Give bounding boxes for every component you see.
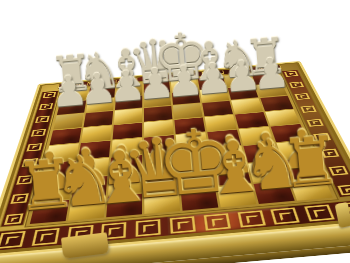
square-a5	[49, 128, 81, 145]
greek-key-motif	[31, 129, 46, 137]
greek-key-motif	[284, 71, 298, 77]
square-h2: ♟	[283, 158, 324, 179]
greek-key-motif	[216, 71, 224, 75]
greek-key-motif	[313, 133, 331, 141]
square-f5	[205, 115, 237, 132]
greek-key-motif	[321, 149, 340, 158]
greek-key-motif	[58, 84, 66, 88]
greek-key-motif	[0, 231, 26, 249]
square-h5	[265, 109, 300, 125]
greek-key-motif	[187, 73, 195, 77]
square-g7: ♟	[228, 86, 258, 100]
greek-key-motif	[237, 210, 265, 227]
square-d5	[144, 120, 174, 137]
square-a2: ♟	[35, 179, 72, 201]
greek-key-motif	[306, 119, 323, 127]
square-e2: ♟	[179, 167, 215, 189]
square-c1: ♝	[106, 193, 142, 217]
greek-key-motif	[43, 92, 56, 98]
square-f1: ♝	[217, 184, 256, 208]
photo-scene: ♜♞♝♛♚♝♞♜♟♟♟♟♟♟♟♟♟♟♟♟♟♟♟♟♜♞♝♛♚♝♞♜	[0, 0, 350, 263]
square-b6	[84, 111, 113, 127]
greek-key-motif	[230, 69, 238, 73]
square-h1: ♜	[290, 177, 333, 200]
greek-key-motif	[4, 213, 23, 224]
greek-key-motif	[329, 166, 349, 176]
square-h4	[271, 124, 307, 142]
greek-key-motif	[300, 105, 316, 112]
square-h3	[276, 140, 314, 159]
square-d1: ♛	[144, 190, 180, 214]
square-b1: ♞	[68, 196, 106, 220]
square-h6	[260, 96, 293, 111]
greek-key-motif	[72, 83, 80, 87]
greek-key-motif	[173, 74, 181, 78]
greek-key-motif	[136, 219, 161, 236]
square-c6	[114, 108, 142, 124]
square-c2: ♟	[108, 173, 142, 195]
square-b3	[75, 158, 109, 178]
greek-key-motif	[294, 93, 310, 100]
square-g2: ♟	[248, 161, 287, 182]
greek-key-motif	[244, 68, 253, 72]
greek-key-motif	[39, 103, 53, 110]
square-f6	[202, 101, 233, 116]
greek-key-motif	[32, 228, 60, 246]
greek-key-motif	[337, 184, 350, 195]
square-c5	[113, 123, 143, 140]
square-g6	[231, 98, 263, 113]
greek-key-motif	[201, 72, 209, 76]
square-e5	[174, 117, 205, 134]
square-f2: ♟	[214, 164, 251, 185]
square-e1: ♚	[181, 187, 219, 211]
square-e4	[176, 132, 208, 150]
greek-key-motif	[159, 76, 167, 80]
greek-key-motif	[170, 216, 196, 233]
greek-key-motif	[289, 82, 304, 88]
square-d4	[144, 135, 175, 153]
greek-key-motif	[26, 143, 42, 151]
square-c3	[110, 155, 142, 175]
greek-key-motif	[22, 158, 39, 167]
greek-key-motif	[116, 79, 124, 83]
greek-key-motif	[101, 80, 109, 84]
square-d3	[144, 152, 176, 172]
greek-key-motif	[203, 213, 230, 230]
greek-key-motif	[130, 78, 138, 82]
square-b4	[78, 141, 110, 160]
square-d2: ♟	[144, 170, 178, 192]
square-g3	[243, 143, 280, 163]
square-c4	[111, 138, 142, 156]
greek-key-motif	[35, 116, 50, 123]
square-f4	[207, 130, 241, 148]
square-g4	[239, 127, 274, 145]
chess-board: ♜♞♝♛♚♝♞♜♟♟♟♟♟♟♟♟♟♟♟♟♟♟♟♟♜♞♝♛♚♝♞♜	[0, 61, 350, 257]
square-a1: ♜	[30, 200, 69, 224]
greek-key-motif	[271, 207, 300, 224]
square-a3	[41, 160, 76, 180]
square-a4	[45, 143, 79, 162]
greek-key-motif	[273, 66, 282, 70]
square-e6	[173, 103, 203, 119]
square-e3	[177, 149, 211, 169]
square-g1: ♞	[253, 181, 294, 204]
greek-key-motif	[16, 175, 33, 185]
greek-key-motif	[304, 204, 335, 221]
greek-key-motif	[259, 67, 268, 71]
square-b7: ♟	[86, 98, 114, 113]
square-f3	[210, 146, 245, 166]
greek-key-motif	[10, 193, 28, 204]
square-g5	[235, 112, 268, 129]
square-d6	[144, 106, 172, 122]
square-b5	[81, 125, 112, 142]
greek-key-motif	[144, 77, 152, 81]
square-b2: ♟	[72, 176, 108, 198]
greek-key-motif	[87, 82, 95, 86]
